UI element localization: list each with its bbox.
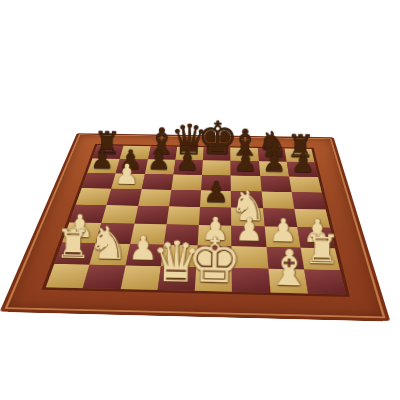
board-frame: ♜♝♛♚♝♞♜♟♟♟♟♟♟♟♟♟♞♟♟♟♟♟♜♞♟♜♛♚♝ <box>0 133 390 321</box>
chessboard-photo: ♜♝♛♚♝♞♜♟♟♟♟♟♟♟♟♟♞♟♟♟♟♟♜♞♟♜♛♚♝ <box>0 0 400 400</box>
square-d7[interactable]: ♟ <box>173 160 203 175</box>
square-c7[interactable]: ♟ <box>145 159 176 174</box>
square-a5[interactable] <box>76 188 112 205</box>
piece-black-pawn[interactable]: ♟ <box>291 150 316 176</box>
square-d6[interactable] <box>171 174 202 190</box>
piece-white-knight[interactable]: ♞ <box>87 221 128 265</box>
piece-white-rook[interactable]: ♜ <box>55 225 91 263</box>
square-g1[interactable]: ♝ <box>268 268 308 293</box>
square-h5[interactable] <box>291 192 325 210</box>
piece-white-bishop[interactable]: ♝ <box>267 245 312 293</box>
square-h7[interactable]: ♟ <box>287 162 318 177</box>
board-tilt: ♜♝♛♚♝♞♜♟♟♟♟♟♟♟♟♟♞♟♟♟♟♟♜♞♟♜♛♚♝ <box>0 133 390 321</box>
piece-black-pawn[interactable]: ♟ <box>176 148 200 174</box>
piece-black-pawn[interactable]: ♟ <box>203 179 230 207</box>
square-e1[interactable]: ♚ <box>195 267 233 292</box>
square-d4[interactable] <box>166 206 200 225</box>
piece-white-king[interactable]: ♚ <box>186 232 242 291</box>
square-f7[interactable]: ♟ <box>231 161 260 176</box>
square-g7[interactable]: ♟ <box>259 161 289 176</box>
piece-black-pawn[interactable]: ♟ <box>90 147 114 173</box>
chess-board: ♜♝♛♚♝♞♜♟♟♟♟♟♟♟♟♟♞♟♟♟♟♟♜♞♟♜♛♚♝ <box>46 145 346 294</box>
piece-white-pawn[interactable]: ♟ <box>114 162 139 189</box>
square-a6[interactable] <box>82 173 116 189</box>
square-b5[interactable] <box>107 189 142 206</box>
square-b6[interactable]: ♟ <box>111 173 144 189</box>
square-b2[interactable]: ♞ <box>90 243 130 265</box>
square-e5[interactable]: ♟ <box>200 190 231 207</box>
piece-black-pawn[interactable]: ♟ <box>147 148 171 174</box>
square-d5[interactable] <box>169 190 201 207</box>
board-scene: ♜♝♛♚♝♞♜♟♟♟♟♟♟♟♟♟♞♟♟♟♟♟♜♞♟♜♛♚♝ <box>0 0 400 400</box>
square-b1[interactable] <box>83 265 125 290</box>
piece-black-pawn[interactable]: ♟ <box>233 149 258 175</box>
square-a1[interactable] <box>46 264 90 289</box>
square-a2[interactable]: ♜ <box>54 242 95 264</box>
piece-black-pawn[interactable]: ♟ <box>262 150 287 176</box>
square-c5[interactable] <box>138 189 171 206</box>
square-c6[interactable] <box>141 174 173 190</box>
square-h6[interactable] <box>289 176 322 192</box>
square-c4[interactable] <box>134 206 169 225</box>
square-e7[interactable] <box>202 160 231 175</box>
